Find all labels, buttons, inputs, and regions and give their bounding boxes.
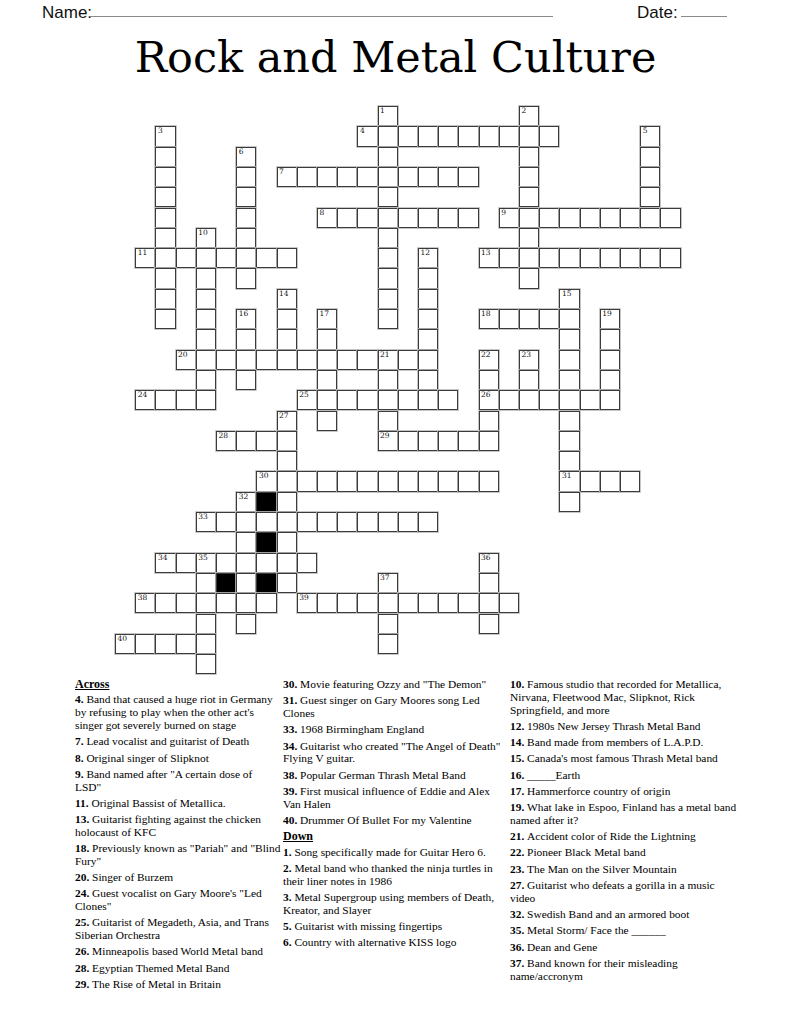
clue-number-label: 10. [510, 678, 527, 690]
grid-cell[interactable] [337, 471, 357, 491]
grid-cell[interactable] [479, 370, 499, 390]
grid-cell[interactable] [418, 471, 438, 491]
clue-number: 4 [360, 127, 365, 135]
grid-cell[interactable] [155, 167, 175, 187]
down-clue-27: 27. Guitarist who defeats a gorilla in a… [510, 879, 742, 905]
grid-cell[interactable]: 29 [378, 431, 398, 451]
grid-cell[interactable]: 24 [135, 390, 155, 410]
grid-cell[interactable] [357, 167, 377, 187]
grid-cell[interactable] [580, 208, 600, 228]
grid-cell[interactable] [196, 390, 216, 410]
grid-cell[interactable] [499, 593, 519, 613]
grid-cell[interactable]: 7 [277, 167, 297, 187]
grid-cell[interactable] [479, 573, 499, 593]
grid-cell[interactable] [640, 187, 660, 207]
grid-cell[interactable] [620, 248, 640, 268]
grid-cell[interactable] [196, 268, 216, 288]
grid-cell[interactable] [196, 248, 216, 268]
grid-cell[interactable] [660, 208, 680, 228]
grid-cell[interactable] [155, 268, 175, 288]
clue-number: 7 [279, 168, 284, 176]
grid-cell[interactable] [438, 390, 458, 410]
grid-cell[interactable] [196, 350, 216, 370]
grid-cell[interactable] [277, 451, 297, 471]
grid-cell[interactable] [256, 593, 276, 613]
grid-cell[interactable] [620, 208, 640, 228]
grid-cell[interactable]: 4 [357, 126, 377, 146]
grid-cell[interactable] [277, 431, 297, 451]
grid-cell[interactable] [317, 329, 337, 349]
grid-cell[interactable] [196, 593, 216, 613]
grid-cell[interactable] [458, 431, 478, 451]
grid-cell[interactable] [357, 471, 377, 491]
grid-cell[interactable]: 21 [378, 350, 398, 370]
grid-cell[interactable] [378, 208, 398, 228]
grid-cell[interactable] [479, 431, 499, 451]
grid-cell[interactable] [196, 329, 216, 349]
grid-cell[interactable] [155, 248, 175, 268]
grid-cell[interactable]: 36 [479, 553, 499, 573]
clue-number: 5 [643, 127, 648, 135]
grid-cell[interactable] [418, 126, 438, 146]
down-clues-part2: 10. Famous studio that recorded for Meta… [510, 678, 742, 982]
clue-number: 20 [178, 351, 188, 359]
grid-cell[interactable] [559, 390, 579, 410]
grid-cell[interactable] [378, 167, 398, 187]
grid-cell[interactable] [216, 593, 236, 613]
grid-cell[interactable] [519, 147, 539, 167]
clue-number: 17 [320, 310, 330, 318]
grid-cell[interactable] [378, 411, 398, 431]
grid-cell[interactable] [438, 208, 458, 228]
grid-cell[interactable] [519, 309, 539, 329]
grid-cell[interactable] [600, 248, 620, 268]
grid-cell[interactable] [155, 390, 175, 410]
clue-column-left: Across 4. Band that caused a huge riot i… [75, 678, 281, 994]
grid-cell[interactable] [256, 350, 276, 370]
grid-cell[interactable]: 13 [479, 248, 499, 268]
name-line[interactable] [90, 2, 553, 17]
across-clue-38: 38. Popular German Thrash Metal Band [283, 769, 509, 782]
grid-cell[interactable] [155, 309, 175, 329]
clue-number-label: 8. [75, 752, 86, 764]
grid-cell[interactable] [176, 593, 196, 613]
grid-cell[interactable]: 8 [317, 208, 337, 228]
grid-cell[interactable] [499, 248, 519, 268]
grid-cell[interactable] [378, 228, 398, 248]
across-clue-34: 34. Guitarist who created "The Angel of … [283, 740, 509, 766]
grid-cell[interactable] [277, 309, 297, 329]
clue-number: 14 [279, 290, 289, 298]
grid-cell[interactable] [236, 593, 256, 613]
grid-cell[interactable] [135, 634, 155, 654]
grid-cell[interactable] [256, 512, 276, 532]
grid-cell[interactable] [519, 370, 539, 390]
clue-number: 23 [522, 351, 532, 359]
grid-cell[interactable] [559, 248, 579, 268]
grid-cell[interactable] [277, 492, 297, 512]
clue-number-label: 13. [75, 813, 92, 825]
grid-cell[interactable]: 15 [559, 289, 579, 309]
grid-cell[interactable]: 23 [519, 350, 539, 370]
clue-number: 34 [158, 554, 168, 562]
clue-number-label: 5. [283, 920, 294, 932]
grid-cell[interactable] [277, 512, 297, 532]
grid-cell[interactable]: 30 [256, 471, 276, 491]
clue-number: 29 [380, 432, 390, 440]
grid-cell[interactable] [337, 167, 357, 187]
grid-cell[interactable]: 1 [378, 106, 398, 126]
grid-cell[interactable] [196, 370, 216, 390]
grid-cell[interactable]: 5 [640, 126, 660, 146]
grid-cell[interactable] [458, 208, 478, 228]
grid-cell[interactable] [337, 512, 357, 532]
grid-cell[interactable] [277, 350, 297, 370]
grid-cell[interactable] [236, 553, 256, 573]
grid-cell[interactable] [236, 329, 256, 349]
grid-cell[interactable] [519, 268, 539, 288]
grid-cell[interactable] [216, 248, 236, 268]
grid-cell[interactable] [559, 451, 579, 471]
grid-cell[interactable] [337, 350, 357, 370]
grid-cell[interactable] [236, 370, 256, 390]
grid-cell[interactable] [337, 390, 357, 410]
grid-cell[interactable] [277, 532, 297, 552]
grid-cell[interactable] [640, 248, 660, 268]
grid-cell[interactable] [236, 573, 256, 593]
grid-cell[interactable]: 26 [479, 390, 499, 410]
grid-cell[interactable] [357, 512, 377, 532]
date-line[interactable] [681, 2, 727, 17]
grid-cell[interactable] [600, 329, 620, 349]
grid-cell[interactable] [277, 329, 297, 349]
grid-cell[interactable] [378, 187, 398, 207]
grid-cell[interactable] [337, 593, 357, 613]
grid-cell[interactable] [600, 390, 620, 410]
grid-cell[interactable]: 10 [196, 228, 216, 248]
clue-number-label: 2. [283, 862, 294, 874]
grid-cell[interactable] [458, 593, 478, 613]
grid-cell[interactable]: 27 [277, 411, 297, 431]
grid-cell[interactable] [418, 167, 438, 187]
grid-cell[interactable] [398, 431, 418, 451]
clue-number-label: 6. [283, 936, 294, 948]
grid-cell[interactable] [519, 126, 539, 146]
grid-cell[interactable] [559, 492, 579, 512]
grid-cell[interactable] [176, 248, 196, 268]
grid-cell[interactable] [317, 370, 337, 390]
grid-cell[interactable] [357, 390, 377, 410]
grid-cell[interactable] [580, 471, 600, 491]
grid-cell[interactable] [216, 512, 236, 532]
clue-number-label: 24. [75, 887, 92, 899]
clue-number-label: 29. [75, 978, 92, 990]
across-clue-39: 39. First musical influence of Eddie and… [283, 785, 509, 811]
grid-cell[interactable]: 22 [479, 350, 499, 370]
grid-cell[interactable] [479, 126, 499, 146]
grid-cell[interactable] [539, 390, 559, 410]
clue-number: 12 [421, 249, 431, 257]
grid-cell[interactable] [155, 593, 175, 613]
grid-cell[interactable] [236, 512, 256, 532]
grid-cell[interactable] [155, 208, 175, 228]
grid-cell[interactable] [236, 208, 256, 228]
grid-cell[interactable] [418, 390, 438, 410]
grid-cell[interactable]: 3 [155, 126, 175, 146]
grid-cell[interactable] [196, 634, 216, 654]
grid-cell[interactable] [418, 208, 438, 228]
grid-cell[interactable] [418, 289, 438, 309]
grid-cell[interactable] [398, 126, 418, 146]
grid-cell[interactable] [337, 208, 357, 228]
grid-cell[interactable] [600, 471, 620, 491]
grid-cell[interactable] [236, 167, 256, 187]
grid-cell[interactable]: 6 [236, 147, 256, 167]
grid-cell[interactable] [155, 228, 175, 248]
grid-cell[interactable] [398, 208, 418, 228]
grid-cell[interactable] [398, 593, 418, 613]
down-clue-19: 19. What lake in Espoo, Finland has a me… [510, 801, 742, 827]
grid-cell[interactable] [398, 167, 418, 187]
grid-cell[interactable]: 38 [135, 593, 155, 613]
grid-cell[interactable] [378, 614, 398, 634]
grid-cell[interactable] [236, 614, 256, 634]
grid-cell[interactable] [196, 654, 216, 674]
grid-cell[interactable] [559, 411, 579, 431]
grid-cell[interactable] [357, 350, 377, 370]
grid-cell[interactable] [458, 471, 478, 491]
grid-cell[interactable] [297, 553, 317, 573]
grid-cell[interactable] [236, 532, 256, 552]
grid-cell[interactable] [398, 512, 418, 532]
grid-cell[interactable] [559, 370, 579, 390]
grid-cell[interactable] [196, 289, 216, 309]
grid-cell[interactable] [499, 309, 519, 329]
grid-cell[interactable] [317, 167, 337, 187]
grid-cell[interactable]: 35 [196, 553, 216, 573]
grid-cell[interactable] [438, 167, 458, 187]
grid-cell[interactable] [297, 471, 317, 491]
grid-cell[interactable] [196, 309, 216, 329]
grid-cell[interactable]: 33 [196, 512, 216, 532]
grid-cell[interactable] [438, 471, 458, 491]
grid-cell[interactable] [640, 208, 660, 228]
grid-cell[interactable]: 39 [297, 593, 317, 613]
grid-cell[interactable]: 12 [418, 248, 438, 268]
grid-cell[interactable] [378, 512, 398, 532]
grid-cell[interactable] [236, 350, 256, 370]
grid-cell[interactable]: 11 [135, 248, 155, 268]
grid-cell[interactable] [277, 573, 297, 593]
across-clue-7: 7. Lead vocalist and guitarist of Death [75, 735, 281, 748]
grid-cell[interactable] [418, 593, 438, 613]
grid-cell[interactable] [277, 248, 297, 268]
grid-cell[interactable] [196, 573, 216, 593]
grid-cell[interactable]: 37 [378, 573, 398, 593]
grid-cell[interactable]: 31 [559, 471, 579, 491]
grid-cell[interactable] [458, 167, 478, 187]
grid-cell[interactable] [256, 248, 276, 268]
grid-cell[interactable] [580, 248, 600, 268]
grid-cell[interactable] [640, 147, 660, 167]
grid-cell[interactable] [519, 167, 539, 187]
grid-cell[interactable] [398, 350, 418, 370]
across-clue-29: 29. The Rise of Metal in Britain [75, 978, 281, 991]
grid-cell[interactable] [580, 390, 600, 410]
grid-cell[interactable] [378, 634, 398, 654]
grid-cell[interactable] [297, 350, 317, 370]
grid-cell[interactable]: 28 [216, 431, 236, 451]
grid-cell[interactable] [357, 208, 377, 228]
grid-cell[interactable]: 25 [297, 390, 317, 410]
clue-number-label: 39. [283, 785, 300, 797]
grid-cell[interactable] [519, 187, 539, 207]
grid-cell[interactable] [660, 248, 680, 268]
grid-cell[interactable] [378, 370, 398, 390]
grid-cell[interactable] [378, 126, 398, 146]
clue-number-label: 11. [75, 797, 91, 809]
grid-cell[interactable] [155, 634, 175, 654]
grid-cell[interactable] [559, 329, 579, 349]
grid-cell[interactable] [479, 593, 499, 613]
grid-cell[interactable]: 19 [600, 309, 620, 329]
clue-number-label: 19. [510, 801, 527, 813]
grid-cell[interactable] [378, 471, 398, 491]
grid-cell[interactable] [277, 471, 297, 491]
grid-cell[interactable] [499, 126, 519, 146]
grid-cell[interactable] [378, 309, 398, 329]
down-clue-35: 35. Metal Storm/ Face the ______ [510, 924, 742, 937]
clue-number: 9 [501, 209, 506, 217]
grid-cell[interactable]: 9 [499, 208, 519, 228]
grid-cell[interactable] [519, 248, 539, 268]
clue-number-label: 35. [510, 924, 527, 936]
grid-cell[interactable]: 2 [519, 106, 539, 126]
grid-cell[interactable]: 16 [236, 309, 256, 329]
grid-cell[interactable] [317, 471, 337, 491]
grid-cell[interactable] [398, 471, 418, 491]
grid-cell[interactable] [559, 431, 579, 451]
grid-cell[interactable] [539, 126, 559, 146]
grid-cell[interactable] [155, 147, 175, 167]
grid-cell[interactable] [277, 553, 297, 573]
grid-cell[interactable] [357, 593, 377, 613]
grid-cell[interactable] [600, 350, 620, 370]
grid-cell[interactable] [236, 431, 256, 451]
grid-cell[interactable] [458, 126, 478, 146]
down-clue-22: 22. Pioneer Black Metal band [510, 846, 742, 859]
grid-cell[interactable] [378, 289, 398, 309]
grid-cell[interactable] [438, 126, 458, 146]
grid-cell[interactable] [539, 309, 559, 329]
grid-cell[interactable] [559, 309, 579, 329]
grid-cell[interactable] [418, 512, 438, 532]
grid-cell[interactable] [499, 390, 519, 410]
grid-cell[interactable]: 34 [155, 553, 175, 573]
grid-cell[interactable]: 20 [176, 350, 196, 370]
grid-cell[interactable] [176, 553, 196, 573]
grid-cell[interactable] [297, 512, 317, 532]
grid-cell[interactable] [418, 350, 438, 370]
grid-cell[interactable] [479, 411, 499, 431]
grid-cell[interactable] [418, 370, 438, 390]
grid-cell[interactable] [378, 248, 398, 268]
grid-cell[interactable] [418, 309, 438, 329]
grid-cell[interactable]: 18 [479, 309, 499, 329]
grid-cell[interactable] [519, 208, 539, 228]
grid-cell[interactable]: 32 [236, 492, 256, 512]
grid-cell[interactable] [378, 268, 398, 288]
grid-cell[interactable]: 14 [277, 289, 297, 309]
clue-number-label: 14. [510, 736, 527, 748]
grid-cell[interactable] [398, 390, 418, 410]
grid-cell[interactable] [297, 167, 317, 187]
grid-cell[interactable] [256, 553, 276, 573]
grid-cell[interactable] [559, 350, 579, 370]
grid-cell[interactable] [539, 208, 559, 228]
name-label: Name: [42, 3, 92, 23]
grid-cell[interactable] [216, 350, 236, 370]
grid-cell[interactable] [236, 228, 256, 248]
grid-cell[interactable] [317, 512, 337, 532]
down-heading: Down [283, 830, 509, 843]
grid-cell[interactable] [539, 248, 559, 268]
grid-cell[interactable] [438, 593, 458, 613]
grid-cell[interactable] [236, 268, 256, 288]
across-clue-18: 18. Previously known as "Pariah" and "Bl… [75, 842, 281, 868]
grid-cell[interactable]: 40 [115, 634, 135, 654]
grid-cell[interactable] [317, 390, 337, 410]
clue-number: 16 [239, 310, 249, 318]
grid-cell[interactable] [236, 187, 256, 207]
grid-cell[interactable] [176, 634, 196, 654]
grid-cell[interactable] [600, 370, 620, 390]
black-cell [256, 573, 276, 593]
grid-cell[interactable] [256, 431, 276, 451]
grid-cell[interactable] [236, 248, 256, 268]
grid-cell[interactable] [418, 268, 438, 288]
grid-cell[interactable] [418, 431, 438, 451]
grid-cell[interactable] [438, 431, 458, 451]
grid-cell[interactable] [479, 614, 499, 634]
grid-cell[interactable] [317, 593, 337, 613]
grid-cell[interactable] [559, 208, 579, 228]
grid-cell[interactable] [317, 350, 337, 370]
grid-cell[interactable] [640, 167, 660, 187]
down-clue-23: 23. The Man on the Silver Mountain [510, 863, 742, 876]
grid-cell[interactable] [378, 147, 398, 167]
down-clue-6: 6. Country with alternative KISS logo [283, 936, 509, 949]
grid-cell[interactable] [519, 390, 539, 410]
clue-number-label: 26. [75, 945, 92, 957]
grid-cell[interactable]: 17 [317, 309, 337, 329]
grid-cell[interactable] [216, 553, 236, 573]
grid-cell[interactable] [378, 390, 398, 410]
grid-cell[interactable] [378, 593, 398, 613]
grid-cell[interactable] [519, 228, 539, 248]
grid-cell[interactable] [317, 411, 337, 431]
grid-cell[interactable] [600, 208, 620, 228]
grid-cell[interactable] [176, 390, 196, 410]
grid-cell[interactable] [479, 471, 499, 491]
grid-cell[interactable] [418, 329, 438, 349]
down-clue-15: 15. Canada's most famous Thrash Metal ba… [510, 752, 742, 765]
clue-number: 37 [380, 574, 390, 582]
grid-cell[interactable] [155, 187, 175, 207]
grid-cell[interactable] [196, 614, 216, 634]
grid-cell[interactable] [155, 289, 175, 309]
grid-cell[interactable] [620, 471, 640, 491]
